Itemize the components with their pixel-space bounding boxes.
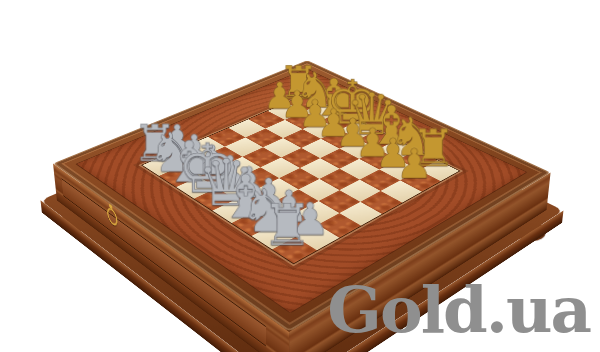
pawn-glyph: ♟ <box>396 143 433 184</box>
watermark-gold-ua: Gold.ua <box>327 278 590 342</box>
product-photo-chess-set: { "game": "chess", "scene_type": "produc… <box>0 0 600 352</box>
rook-glyph: ♜ <box>262 197 313 254</box>
